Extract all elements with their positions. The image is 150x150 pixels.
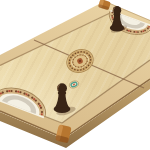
pawn-left[interactable] <box>54 83 71 113</box>
center-medallion <box>63 46 96 77</box>
board-photo-scene <box>0 0 150 150</box>
goal-left <box>0 81 51 119</box>
corner-post-bottom <box>55 124 72 143</box>
goal-right <box>105 10 150 40</box>
ball[interactable] <box>68 80 80 90</box>
board-markings-and-pieces <box>0 0 150 150</box>
corner-post-top <box>98 0 111 10</box>
